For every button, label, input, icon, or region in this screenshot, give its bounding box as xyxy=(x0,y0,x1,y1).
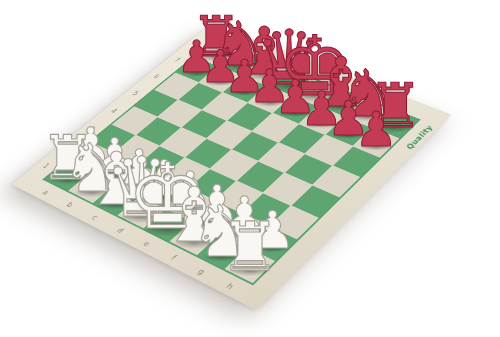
piece-white-rook-h1: ♜ xyxy=(220,213,280,280)
product-photo-stage: abcdefgh 87654321 Quality ♜♞♝♛♚♝♞♜♟♟♟♟♟♟… xyxy=(0,0,500,337)
piece-red-pawn-h7: ♟ xyxy=(354,106,397,154)
